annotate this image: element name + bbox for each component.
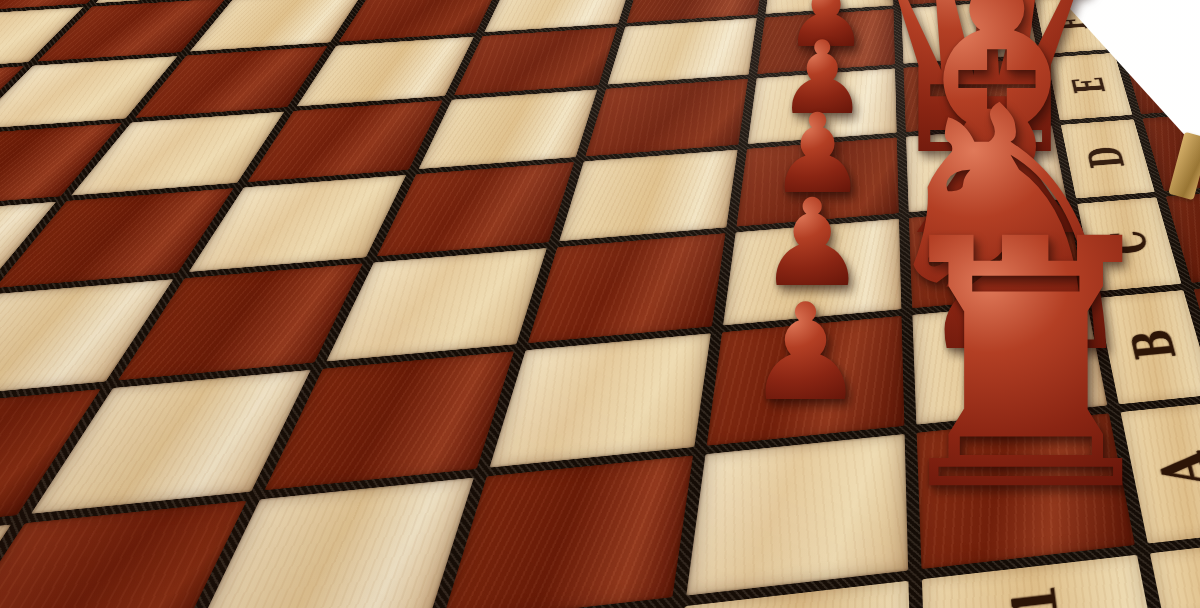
square-e3: [585, 79, 748, 157]
square-f2: [757, 9, 895, 74]
frame-corner-cell: [1150, 541, 1200, 608]
file-label-C: C: [1077, 197, 1181, 291]
square-d3: [559, 150, 738, 242]
square-f4: [454, 27, 617, 95]
file-label-text: C: [1096, 229, 1159, 257]
file-label-text: B: [1118, 327, 1188, 362]
square-a1: [917, 413, 1135, 569]
file-label-text: A: [1145, 449, 1200, 489]
square-f1: [901, 0, 1037, 64]
square-a3: [442, 455, 694, 608]
square-d2: [736, 137, 898, 226]
square-c1: [909, 205, 1085, 309]
file-label-text: D: [1077, 145, 1135, 170]
square-e1: [903, 58, 1051, 132]
square-b2: [707, 316, 905, 446]
file-label-A: A: [1121, 402, 1200, 543]
square-c2: [723, 219, 901, 326]
square-f3: [607, 18, 756, 85]
file-label-D: D: [1061, 119, 1155, 198]
square-d4: [377, 162, 575, 256]
square-d1: [906, 125, 1067, 212]
square-b3: [489, 333, 710, 467]
square-g5: [339, 0, 501, 42]
rank-label-text: 1: [999, 582, 1071, 608]
file-label-text: E: [1062, 76, 1114, 95]
square-e2: [748, 68, 897, 144]
square-f7: [0, 56, 178, 129]
chess-board: HGFEDCBA87654321: [0, 0, 1200, 608]
square-a4: [187, 478, 474, 608]
chess-photo-stage: HGFEDCBA87654321 ♜♞♝♛♟♟♟♟♟: [0, 0, 1200, 608]
square-a5: [0, 501, 247, 608]
square-b1: [912, 299, 1107, 425]
square-e4: [419, 89, 598, 169]
square-a2: [686, 434, 908, 596]
square-c3: [528, 233, 726, 343]
file-label-B: B: [1097, 290, 1200, 404]
